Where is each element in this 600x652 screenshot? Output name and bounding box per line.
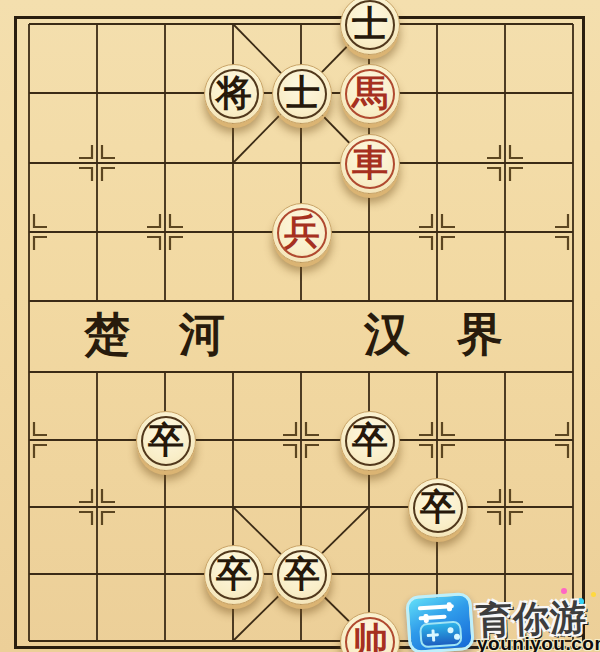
black-general-piece[interactable]: 将: [204, 64, 264, 124]
xiangqi-board: 楚 河 汉 界 士将士馬車兵卒卒卒卒卒帅 育你游 youniyou.com: [0, 0, 600, 652]
black-soldier-piece[interactable]: 卒: [204, 545, 264, 605]
black-soldier-piece[interactable]: 卒: [136, 411, 196, 471]
black-advisor-piece[interactable]: 士: [340, 0, 400, 55]
red-horse-piece[interactable]: 馬: [340, 64, 400, 124]
black-soldier-piece[interactable]: 卒: [340, 411, 400, 471]
red-general-piece[interactable]: 帅: [340, 612, 400, 652]
black-soldier-piece[interactable]: 卒: [272, 545, 332, 605]
piece-glyph: 車: [341, 134, 399, 192]
piece-glyph: 将: [205, 64, 263, 122]
pieces-layer: 士将士馬車兵卒卒卒卒卒帅: [0, 0, 600, 652]
piece-glyph: 士: [341, 0, 399, 53]
piece-glyph: 馬: [341, 64, 399, 122]
red-soldier-piece[interactable]: 兵: [272, 203, 332, 263]
piece-glyph: 卒: [205, 545, 263, 603]
piece-glyph: 帅: [341, 612, 399, 652]
red-chariot-piece[interactable]: 車: [340, 134, 400, 194]
piece-glyph: 士: [273, 64, 331, 122]
piece-glyph: 兵: [273, 203, 331, 261]
black-soldier-piece[interactable]: 卒: [408, 478, 468, 538]
piece-glyph: 卒: [341, 411, 399, 469]
piece-glyph: 卒: [409, 478, 467, 536]
piece-glyph: 卒: [137, 411, 195, 469]
black-advisor-piece[interactable]: 士: [272, 64, 332, 124]
piece-glyph: 卒: [273, 545, 331, 603]
